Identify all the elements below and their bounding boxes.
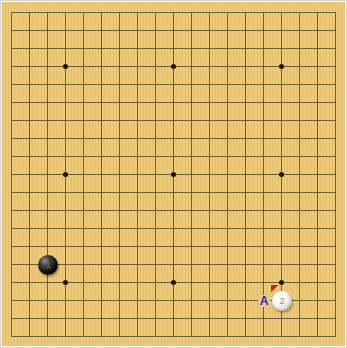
board-intersection[interactable] [75,256,93,274]
board-intersection[interactable] [237,202,255,220]
board-intersection[interactable] [57,76,75,94]
board-intersection[interactable] [21,76,39,94]
board-intersection[interactable] [3,112,21,130]
board-intersection[interactable] [183,184,201,202]
board-intersection[interactable] [111,166,129,184]
board-intersection[interactable] [201,184,219,202]
board-intersection[interactable] [75,58,93,76]
board-intersection[interactable] [291,274,309,292]
board-intersection[interactable] [57,310,75,328]
board-intersection[interactable] [201,130,219,148]
board-intersection[interactable] [327,166,345,184]
board-intersection[interactable] [183,58,201,76]
board-intersection[interactable] [165,310,183,328]
board-intersection[interactable] [39,58,57,76]
board-intersection[interactable] [309,184,327,202]
board-intersection[interactable] [21,4,39,22]
board-intersection[interactable] [147,4,165,22]
board-intersection[interactable] [309,202,327,220]
board-intersection[interactable] [183,166,201,184]
board-intersection[interactable] [147,94,165,112]
board-intersection[interactable] [75,274,93,292]
board-intersection[interactable] [219,166,237,184]
board-intersection[interactable] [327,310,345,328]
board-intersection[interactable] [57,22,75,40]
board-intersection[interactable] [327,22,345,40]
board-intersection[interactable] [165,292,183,310]
board-intersection[interactable] [165,4,183,22]
board-intersection[interactable] [237,76,255,94]
board-intersection[interactable] [39,292,57,310]
point-label[interactable]: A [258,295,270,307]
board-intersection[interactable] [273,112,291,130]
board-intersection[interactable] [93,22,111,40]
board-intersection[interactable] [201,166,219,184]
board-intersection[interactable] [93,202,111,220]
board-intersection[interactable] [273,130,291,148]
board-intersection[interactable] [147,256,165,274]
board-intersection[interactable] [3,202,21,220]
board-intersection[interactable] [111,328,129,346]
board-intersection[interactable] [309,76,327,94]
board-intersection[interactable] [309,292,327,310]
board-intersection[interactable] [183,292,201,310]
board-intersection[interactable]: 2 [273,292,291,310]
board-intersection[interactable] [57,40,75,58]
board-intersection[interactable] [255,112,273,130]
board-intersection[interactable] [3,94,21,112]
board-intersection[interactable] [291,220,309,238]
board-intersection[interactable] [309,256,327,274]
board-intersection[interactable] [57,328,75,346]
board-intersection[interactable] [237,310,255,328]
board-intersection[interactable] [165,274,183,292]
board-intersection[interactable] [309,112,327,130]
board-intersection[interactable] [183,148,201,166]
board-intersection[interactable] [21,220,39,238]
board-intersection[interactable] [21,274,39,292]
board-intersection[interactable] [201,4,219,22]
board-intersection[interactable] [3,4,21,22]
board-intersection[interactable] [273,4,291,22]
board-intersection[interactable] [219,40,237,58]
board-intersection[interactable] [21,184,39,202]
board-intersection[interactable] [75,328,93,346]
board-intersection[interactable] [93,40,111,58]
board-intersection[interactable] [57,238,75,256]
board-intersection[interactable] [39,40,57,58]
board-intersection[interactable] [39,238,57,256]
board-intersection[interactable] [273,76,291,94]
board-intersection[interactable] [129,328,147,346]
board-intersection[interactable] [327,148,345,166]
board-intersection[interactable] [255,148,273,166]
board-intersection[interactable] [309,130,327,148]
board-intersection[interactable] [273,40,291,58]
board-intersection[interactable] [75,40,93,58]
board-intersection[interactable] [165,130,183,148]
board-intersection[interactable] [3,274,21,292]
board-intersection[interactable] [219,112,237,130]
board-intersection[interactable] [129,130,147,148]
board-intersection[interactable] [183,256,201,274]
board-intersection[interactable] [75,4,93,22]
board-intersection[interactable] [57,292,75,310]
board-intersection[interactable] [309,148,327,166]
board-intersection[interactable] [111,148,129,166]
board-intersection[interactable] [291,4,309,22]
board-intersection[interactable] [183,4,201,22]
board-intersection[interactable] [291,166,309,184]
board-intersection[interactable] [237,148,255,166]
board-intersection[interactable] [39,112,57,130]
board-intersection[interactable] [129,238,147,256]
board-intersection[interactable] [3,256,21,274]
board-intersection[interactable] [183,40,201,58]
board-intersection[interactable] [291,130,309,148]
board-intersection[interactable] [291,328,309,346]
board-intersection[interactable] [309,58,327,76]
board-intersection[interactable] [21,292,39,310]
board-intersection[interactable] [93,184,111,202]
board-intersection[interactable] [183,94,201,112]
board-intersection[interactable] [291,40,309,58]
board-intersection[interactable] [93,238,111,256]
board-intersection[interactable] [129,148,147,166]
board-intersection[interactable] [201,256,219,274]
board-intersection[interactable] [291,184,309,202]
board-intersection[interactable] [21,148,39,166]
board-intersection[interactable] [291,22,309,40]
board-intersection[interactable] [237,166,255,184]
board-intersection[interactable] [111,310,129,328]
board-intersection[interactable] [309,274,327,292]
board-intersection[interactable] [147,22,165,40]
board-intersection[interactable] [165,76,183,94]
board-intersection[interactable] [93,94,111,112]
board-intersection[interactable] [111,40,129,58]
board-intersection[interactable] [219,94,237,112]
board-intersection[interactable] [147,292,165,310]
board-intersection[interactable] [21,238,39,256]
board-intersection[interactable] [201,58,219,76]
board-intersection[interactable] [129,274,147,292]
board-intersection[interactable] [93,220,111,238]
board-intersection[interactable] [3,130,21,148]
board-intersection[interactable] [57,166,75,184]
board-intersection[interactable] [39,130,57,148]
board-intersection[interactable] [3,310,21,328]
board-intersection[interactable] [183,274,201,292]
board-intersection[interactable] [93,76,111,94]
board-intersection[interactable] [147,184,165,202]
board-intersection[interactable] [147,58,165,76]
board-intersection[interactable] [111,292,129,310]
board-intersection[interactable] [327,112,345,130]
board-intersection[interactable] [273,58,291,76]
board-intersection[interactable] [21,310,39,328]
board-intersection[interactable] [183,238,201,256]
board-intersection[interactable] [291,148,309,166]
board-intersection[interactable] [75,202,93,220]
board-intersection[interactable] [39,166,57,184]
board-intersection[interactable] [237,184,255,202]
board-intersection[interactable] [129,58,147,76]
board-intersection[interactable] [165,40,183,58]
board-intersection[interactable] [3,22,21,40]
board-intersection[interactable] [255,238,273,256]
board-intersection[interactable] [291,202,309,220]
board-intersection[interactable] [147,166,165,184]
board-intersection[interactable] [327,202,345,220]
board-intersection[interactable] [291,76,309,94]
board-intersection[interactable] [291,112,309,130]
board-intersection[interactable] [129,292,147,310]
board-intersection[interactable] [57,202,75,220]
board-intersection[interactable] [273,148,291,166]
board-intersection[interactable] [93,4,111,22]
board-intersection[interactable] [219,292,237,310]
board-intersection[interactable] [21,94,39,112]
board-intersection[interactable] [147,274,165,292]
board-intersection[interactable] [183,130,201,148]
board-intersection[interactable] [219,220,237,238]
board-intersection[interactable] [75,22,93,40]
board-intersection[interactable] [39,274,57,292]
board-intersection[interactable] [129,220,147,238]
board-intersection[interactable] [111,256,129,274]
board-intersection[interactable] [165,22,183,40]
board-intersection[interactable] [75,130,93,148]
board-intersection[interactable] [129,166,147,184]
board-intersection[interactable] [237,292,255,310]
board-intersection[interactable] [129,76,147,94]
board-intersection[interactable] [3,58,21,76]
board-intersection[interactable] [255,184,273,202]
board-intersection[interactable] [219,148,237,166]
board-intersection[interactable] [219,328,237,346]
board-intersection[interactable] [111,94,129,112]
board-intersection[interactable] [255,256,273,274]
board-intersection[interactable] [255,130,273,148]
board-intersection[interactable] [129,202,147,220]
board-intersection[interactable] [3,328,21,346]
board-intersection[interactable] [147,40,165,58]
board-intersection[interactable] [21,112,39,130]
board-intersection[interactable] [129,40,147,58]
board-intersection[interactable] [93,112,111,130]
board-intersection[interactable] [219,184,237,202]
board-intersection[interactable] [201,328,219,346]
board-intersection[interactable] [111,238,129,256]
board-intersection[interactable] [327,184,345,202]
board-intersection[interactable] [201,310,219,328]
board-intersection[interactable] [273,202,291,220]
board-intersection[interactable] [201,274,219,292]
board-intersection[interactable] [39,148,57,166]
board-intersection[interactable] [129,184,147,202]
board-intersection[interactable] [75,76,93,94]
board-intersection[interactable] [219,22,237,40]
board-intersection[interactable]: 1 [39,256,57,274]
board-intersection[interactable] [291,238,309,256]
board-intersection[interactable] [255,40,273,58]
board-intersection[interactable] [57,220,75,238]
board-intersection[interactable] [183,328,201,346]
board-intersection[interactable] [291,292,309,310]
board-intersection[interactable] [111,184,129,202]
board-intersection[interactable] [165,238,183,256]
board-intersection[interactable] [39,328,57,346]
board-intersection[interactable] [147,112,165,130]
board-intersection[interactable] [201,22,219,40]
board-intersection[interactable] [255,328,273,346]
board-intersection[interactable] [273,22,291,40]
board-intersection[interactable] [165,58,183,76]
board-intersection[interactable] [255,22,273,40]
board-intersection[interactable] [201,292,219,310]
board-intersection[interactable] [129,310,147,328]
board-intersection[interactable]: A [255,292,273,310]
board-intersection[interactable] [39,220,57,238]
board-intersection[interactable] [273,310,291,328]
board-intersection[interactable] [309,310,327,328]
board-intersection[interactable] [237,130,255,148]
board-intersection[interactable] [237,22,255,40]
board-intersection[interactable] [111,76,129,94]
board-intersection[interactable] [237,220,255,238]
board-intersection[interactable] [57,148,75,166]
board-intersection[interactable] [93,130,111,148]
board-intersection[interactable] [57,58,75,76]
board-intersection[interactable] [255,94,273,112]
board-intersection[interactable] [129,112,147,130]
board-intersection[interactable] [3,220,21,238]
board-intersection[interactable] [273,166,291,184]
board-intersection[interactable] [273,328,291,346]
board-intersection[interactable] [309,40,327,58]
board-intersection[interactable] [291,256,309,274]
board-intersection[interactable] [21,328,39,346]
board-intersection[interactable] [3,238,21,256]
board-intersection[interactable] [21,130,39,148]
board-intersection[interactable] [237,40,255,58]
board-intersection[interactable] [237,328,255,346]
board-intersection[interactable] [147,148,165,166]
board-intersection[interactable] [255,58,273,76]
board-intersection[interactable] [93,328,111,346]
board-intersection[interactable] [111,202,129,220]
board-intersection[interactable] [165,184,183,202]
board-intersection[interactable] [219,238,237,256]
board-intersection[interactable] [219,58,237,76]
board-intersection[interactable] [255,202,273,220]
board-intersection[interactable] [219,76,237,94]
board-intersection[interactable] [111,4,129,22]
board-intersection[interactable] [3,166,21,184]
board-intersection[interactable] [255,166,273,184]
board-intersection[interactable] [75,184,93,202]
board-intersection[interactable] [273,94,291,112]
board-intersection[interactable] [75,112,93,130]
board-intersection[interactable] [3,184,21,202]
board-intersection[interactable] [291,94,309,112]
board-intersection[interactable] [21,22,39,40]
board-intersection[interactable] [111,274,129,292]
board-intersection[interactable] [201,94,219,112]
board-intersection[interactable] [129,22,147,40]
board-intersection[interactable] [21,256,39,274]
board-intersection[interactable] [327,58,345,76]
board-intersection[interactable] [237,238,255,256]
board-intersection[interactable] [147,202,165,220]
board-intersection[interactable] [3,76,21,94]
board-intersection[interactable] [39,22,57,40]
board-intersection[interactable] [237,112,255,130]
white-stone[interactable]: 2 [272,291,292,311]
board-intersection[interactable] [219,130,237,148]
board-intersection[interactable] [165,256,183,274]
board-intersection[interactable] [75,238,93,256]
board-intersection[interactable] [3,148,21,166]
board-intersection[interactable] [291,58,309,76]
board-intersection[interactable] [39,310,57,328]
board-intersection[interactable] [111,112,129,130]
board-intersection[interactable] [183,112,201,130]
board-intersection[interactable] [219,310,237,328]
board-intersection[interactable] [57,256,75,274]
board-intersection[interactable] [201,112,219,130]
board-intersection[interactable] [165,148,183,166]
board-intersection[interactable] [327,220,345,238]
board-intersection[interactable] [237,58,255,76]
board-intersection[interactable] [165,94,183,112]
board-intersection[interactable] [255,76,273,94]
board-intersection[interactable] [147,328,165,346]
board-intersection[interactable] [291,310,309,328]
board-intersection[interactable] [147,76,165,94]
board-intersection[interactable] [93,166,111,184]
board-intersection[interactable] [75,292,93,310]
black-stone[interactable]: 1 [38,255,58,275]
board-intersection[interactable] [273,256,291,274]
board-intersection[interactable] [219,4,237,22]
board-intersection[interactable] [309,328,327,346]
board-intersection[interactable] [183,76,201,94]
board-intersection[interactable] [21,166,39,184]
board-intersection[interactable] [237,4,255,22]
board-intersection[interactable] [57,184,75,202]
board-intersection[interactable] [93,58,111,76]
board-intersection[interactable] [57,274,75,292]
board-intersection[interactable] [309,238,327,256]
board-intersection[interactable] [39,76,57,94]
board-intersection[interactable] [147,310,165,328]
board-intersection[interactable] [39,94,57,112]
board-intersection[interactable] [3,40,21,58]
board-intersection[interactable] [273,238,291,256]
board-intersection[interactable] [129,256,147,274]
board-intersection[interactable] [93,292,111,310]
board-intersection[interactable] [93,148,111,166]
board-intersection[interactable] [327,40,345,58]
board-intersection[interactable] [165,202,183,220]
board-intersection[interactable] [309,94,327,112]
board-intersection[interactable] [237,94,255,112]
board-intersection[interactable] [327,76,345,94]
board-intersection[interactable] [57,130,75,148]
board-intersection[interactable] [165,166,183,184]
